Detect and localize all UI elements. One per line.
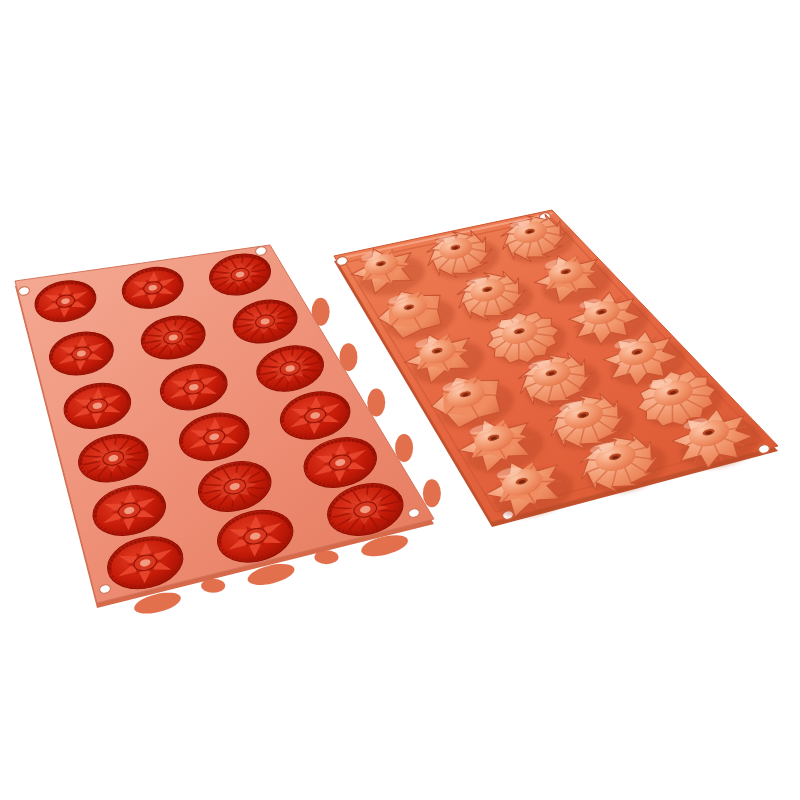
edge-bump (423, 479, 441, 507)
product-photo: Two terracotta-coloured flexible silicon… (0, 0, 800, 800)
product-photo-svg (0, 0, 800, 800)
